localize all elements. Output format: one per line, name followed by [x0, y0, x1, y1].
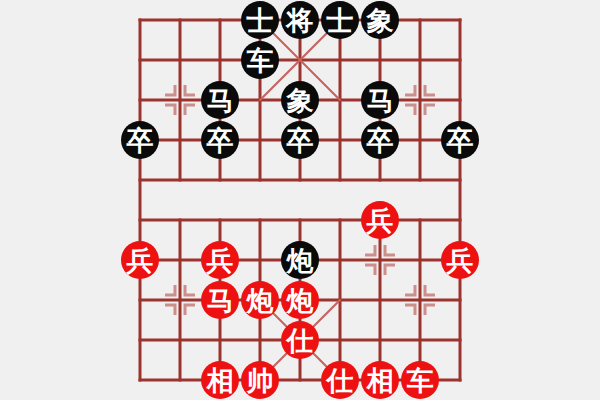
piece-black-soldier[interactable]: 卒: [121, 121, 159, 159]
piece-red-cannon[interactable]: 炮: [281, 281, 319, 319]
piece-black-soldier[interactable]: 卒: [281, 121, 319, 159]
piece-red-advisor[interactable]: 仕: [321, 361, 359, 399]
piece-black-cannon[interactable]: 炮: [281, 241, 319, 279]
piece-black-chariot[interactable]: 车: [241, 41, 279, 79]
piece-black-soldier[interactable]: 卒: [201, 121, 239, 159]
piece-black-elephant[interactable]: 象: [361, 1, 399, 39]
piece-red-soldier[interactable]: 兵: [441, 241, 479, 279]
piece-black-advisor[interactable]: 士: [241, 1, 279, 39]
xiangqi-board: 士将士象车马象马卒卒卒卒卒兵兵兵炮兵马炮炮仕相帅仕相车: [0, 0, 600, 400]
piece-red-elephant[interactable]: 相: [361, 361, 399, 399]
piece-red-soldier[interactable]: 兵: [361, 201, 399, 239]
piece-red-general[interactable]: 帅: [241, 361, 279, 399]
piece-black-horse[interactable]: 马: [201, 81, 239, 119]
piece-black-advisor[interactable]: 士: [321, 1, 359, 39]
piece-black-general[interactable]: 将: [281, 1, 319, 39]
piece-red-soldier[interactable]: 兵: [121, 241, 159, 279]
piece-red-horse[interactable]: 马: [201, 281, 239, 319]
piece-red-soldier[interactable]: 兵: [201, 241, 239, 279]
piece-red-cannon[interactable]: 炮: [241, 281, 279, 319]
piece-black-soldier[interactable]: 卒: [441, 121, 479, 159]
piece-red-chariot[interactable]: 车: [401, 361, 439, 399]
piece-red-advisor[interactable]: 仕: [281, 321, 319, 359]
board-grid: 士将士象车马象马卒卒卒卒卒兵兵兵炮兵马炮炮仕相帅仕相车: [120, 0, 480, 400]
piece-black-elephant[interactable]: 象: [281, 81, 319, 119]
piece-black-horse[interactable]: 马: [361, 81, 399, 119]
piece-black-soldier[interactable]: 卒: [361, 121, 399, 159]
piece-red-elephant[interactable]: 相: [201, 361, 239, 399]
